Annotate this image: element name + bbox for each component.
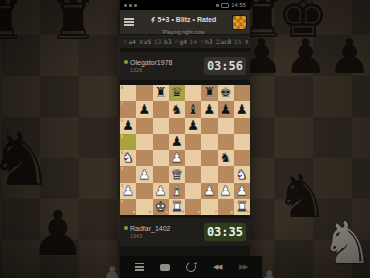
square-d5[interactable]: ♟ — [169, 134, 185, 150]
move-token[interactable]: b3 — [164, 38, 172, 45]
menu-icon — [135, 263, 144, 271]
white-pawn: ♟ — [236, 184, 248, 198]
square-a4[interactable]: ♞4 — [120, 150, 136, 166]
square-f3[interactable] — [201, 166, 217, 182]
square-b1[interactable]: b — [136, 199, 152, 215]
square-f6[interactable] — [201, 118, 217, 134]
white-king: ♚ — [155, 200, 167, 214]
game-header: 5+3 • Blitz • Rated Playing right now — [120, 10, 250, 34]
white-pawn: ♟ — [155, 184, 167, 198]
notification-icon — [124, 4, 127, 7]
blitz-icon — [151, 17, 156, 24]
square-g1[interactable]: g — [218, 199, 234, 215]
notification-icon — [134, 4, 137, 7]
forward-icon: ▶▶ — [239, 263, 247, 271]
move-token[interactable]: 15 — [234, 38, 242, 45]
coord-rank-7: 7 — [121, 102, 123, 106]
move-token[interactable]: ♖ac8 — [215, 38, 231, 45]
mini-board-icon[interactable] — [233, 16, 246, 29]
black-pawn: ♟ — [187, 119, 199, 133]
square-c8[interactable]: ♜ — [153, 85, 169, 101]
square-b4[interactable] — [136, 150, 152, 166]
white-pawn: ♟ — [220, 184, 232, 198]
online-dot — [124, 60, 128, 64]
square-a6[interactable]: ♟6 — [120, 118, 136, 134]
black-pawn: ♟ — [122, 119, 134, 133]
square-e4[interactable] — [185, 150, 201, 166]
square-h4[interactable] — [234, 150, 250, 166]
square-g4[interactable]: ♞ — [218, 150, 234, 166]
square-h7[interactable]: ♟ — [234, 101, 250, 117]
black-rook: ♜ — [203, 86, 215, 100]
square-c2[interactable]: ♟ — [153, 183, 169, 199]
menu-hamburger-icon[interactable] — [124, 18, 134, 26]
square-a5[interactable]: 5 — [120, 134, 136, 150]
square-d4[interactable]: ♟ — [169, 150, 185, 166]
square-d8[interactable]: ♛ — [169, 85, 185, 101]
online-dot — [124, 226, 128, 230]
game-info: 5+3 • Blitz • Rated Playing right now — [134, 9, 233, 36]
player-row-bottom: Radfar_1402 1343 03:35 — [120, 218, 250, 246]
square-a1[interactable]: 1a — [120, 199, 136, 215]
square-g3[interactable] — [218, 166, 234, 182]
white-pawn: ♟ — [171, 151, 183, 165]
square-h6[interactable] — [234, 118, 250, 134]
square-g2[interactable]: ♟ — [218, 183, 234, 199]
black-pawn: ♟ — [220, 103, 232, 117]
black-knight: ♞ — [220, 151, 232, 165]
coord-file-f: f — [215, 210, 216, 214]
black-rook: ♜ — [155, 86, 167, 100]
square-b3[interactable]: ♟ — [136, 166, 152, 182]
game-status-text: Playing right now — [134, 29, 233, 36]
black-pawn: ♟ — [203, 103, 215, 117]
white-rook: ♜ — [171, 200, 183, 214]
square-f5[interactable] — [201, 134, 217, 150]
white-pawn: ♟ — [203, 184, 215, 198]
coord-rank-8: 8 — [121, 86, 123, 90]
board: 8♜♛♜♚7♟♞♝♟♟♟♟6♟5♟♞4♟♞3♟♛♞♟2♟♝♟♟♟1ab♚c♜de… — [120, 85, 250, 215]
square-c4[interactable] — [153, 150, 169, 166]
coord-file-e: e — [198, 210, 200, 214]
move-token[interactable]: ♗d2 — [244, 38, 250, 45]
move-token[interactable]: ♘h3 — [200, 38, 213, 45]
move-list: ♘a4♕a513b3♘g414♘h3♖ac815♗d2♕d8 — [120, 35, 250, 48]
square-c3[interactable] — [153, 166, 169, 182]
white-rook: ♜ — [236, 200, 248, 214]
square-e1[interactable]: e — [185, 199, 201, 215]
square-e7[interactable]: ♝ — [185, 101, 201, 117]
square-e5[interactable] — [185, 134, 201, 150]
coord-file-b: b — [149, 210, 151, 214]
white-queen: ♛ — [171, 168, 183, 182]
white-knight: ♞ — [236, 168, 248, 182]
square-e2[interactable] — [185, 183, 201, 199]
player-top-info[interactable]: Olegator1978 1326 — [124, 58, 204, 74]
square-h1[interactable]: ♜h — [234, 199, 250, 215]
square-f7[interactable]: ♟ — [201, 101, 217, 117]
square-a3[interactable]: 3 — [120, 166, 136, 182]
square-h3[interactable]: ♞ — [234, 166, 250, 182]
square-a8[interactable]: 8 — [120, 85, 136, 101]
rewind-icon: ◀◀ — [213, 263, 221, 271]
chat-button[interactable] — [158, 260, 172, 274]
square-d2[interactable]: ♝ — [169, 183, 185, 199]
notification-icon — [129, 4, 132, 7]
square-f4[interactable] — [201, 150, 217, 166]
move-token[interactable]: 13 — [154, 38, 162, 45]
square-d6[interactable] — [169, 118, 185, 134]
square-b2[interactable] — [136, 183, 152, 199]
player-top-name: Olegator1978 — [130, 58, 172, 67]
game-title: 5+3 • Blitz • Rated — [158, 16, 217, 25]
square-f1[interactable]: f — [201, 199, 217, 215]
flip-cycle-button[interactable] — [184, 260, 198, 274]
square-h2[interactable]: ♟ — [234, 183, 250, 199]
move-token[interactable]: ♘a4 — [123, 38, 136, 45]
square-d3[interactable]: ♛ — [169, 166, 185, 182]
black-pawn: ♟ — [171, 135, 183, 149]
square-h5[interactable] — [234, 134, 250, 150]
battery-icon — [221, 3, 229, 8]
clock-top: 03:56 — [204, 57, 246, 75]
square-d1[interactable]: ♜d — [169, 199, 185, 215]
square-g8[interactable]: ♚ — [218, 85, 234, 101]
square-b6[interactable] — [136, 118, 152, 134]
square-e8[interactable] — [185, 85, 201, 101]
black-knight: ♞ — [171, 103, 183, 117]
square-b8[interactable] — [136, 85, 152, 101]
rewind-button[interactable]: ◀◀ — [210, 260, 224, 274]
phone-screen: 14:55 5+3 • Blitz • Rated Playing right … — [120, 0, 250, 278]
white-knight: ♞ — [122, 151, 134, 165]
square-a7[interactable]: 7 — [120, 101, 136, 117]
wifi-icon — [216, 4, 219, 7]
square-c1[interactable]: ♚c — [153, 199, 169, 215]
square-g6[interactable] — [218, 118, 234, 134]
player-bottom-rating: 1343 — [130, 233, 204, 240]
square-e3[interactable] — [185, 166, 201, 182]
cycle-icon — [185, 261, 198, 274]
square-f2[interactable]: ♟ — [201, 183, 217, 199]
white-bishop: ♝ — [171, 184, 183, 198]
square-g7[interactable]: ♟ — [218, 101, 234, 117]
forward-button[interactable]: ▶▶ — [236, 260, 250, 274]
black-pawn: ♟ — [236, 103, 248, 117]
coord-rank-5: 5 — [121, 135, 123, 139]
square-c5[interactable] — [153, 134, 169, 150]
player-bottom-info[interactable]: Radfar_1402 1343 — [124, 224, 204, 240]
square-d7[interactable]: ♞ — [169, 101, 185, 117]
square-b7[interactable]: ♟ — [136, 101, 152, 117]
black-pawn: ♟ — [138, 103, 150, 117]
square-f8[interactable]: ♜ — [201, 85, 217, 101]
black-king: ♚ — [220, 86, 232, 100]
player-row-top: Olegator1978 1326 03:56 — [120, 52, 250, 80]
status-bar-time: 14:55 — [231, 2, 246, 8]
square-c6[interactable] — [153, 118, 169, 134]
coord-file-a: a — [133, 210, 135, 214]
square-g5[interactable] — [218, 134, 234, 150]
square-c7[interactable] — [153, 101, 169, 117]
white-pawn: ♟ — [138, 168, 150, 182]
square-e6[interactable]: ♟ — [185, 118, 201, 134]
bottom-toolbar: ◀◀ ▶▶ — [120, 256, 262, 278]
coord-file-g: g — [230, 210, 232, 214]
square-b5[interactable] — [136, 134, 152, 150]
clock-bottom: 03:35 — [204, 223, 246, 241]
player-bottom-name: Radfar_1402 — [130, 224, 170, 233]
coord-rank-3: 3 — [121, 167, 123, 171]
black-queen: ♛ — [171, 86, 183, 100]
black-bishop: ♝ — [187, 103, 199, 117]
move-token[interactable]: ♕a5 — [138, 38, 151, 45]
menu-button[interactable] — [132, 260, 146, 274]
white-pawn: ♟ — [122, 184, 134, 198]
coord-rank-1: 1 — [121, 200, 123, 204]
move-token[interactable]: ♘g4 — [174, 38, 187, 45]
square-h8[interactable] — [234, 85, 250, 101]
chat-icon — [160, 264, 170, 271]
screenshot-root: ♜♜♞♟♜♚♟♟♟♞♞♟♟ 14:55 5+3 • Blitz • Rated … — [0, 0, 370, 278]
move-token[interactable]: 14 — [190, 38, 198, 45]
square-a2[interactable]: ♟2 — [120, 183, 136, 199]
player-top-rating: 1326 — [130, 67, 204, 74]
